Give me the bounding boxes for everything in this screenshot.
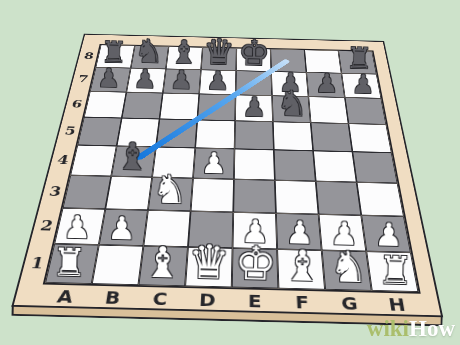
square-h7: ♟ xyxy=(341,73,381,98)
square-h6 xyxy=(345,97,386,124)
file-label-b: B xyxy=(87,286,138,310)
square-e1: ♚ xyxy=(232,248,279,288)
file-label-d: D xyxy=(183,288,231,312)
square-b6 xyxy=(122,92,163,119)
square-f5 xyxy=(273,122,313,151)
wikihow-watermark: wikiHow xyxy=(367,316,455,342)
square-d4: ♟ xyxy=(193,148,235,179)
piece-white-queen-d1: ♛ xyxy=(188,238,231,286)
piece-white-pawn-d4: ♟ xyxy=(201,148,228,178)
square-b2: ♟ xyxy=(99,209,148,246)
square-e8: ♚ xyxy=(236,48,271,71)
file-label-c: C xyxy=(135,287,185,311)
chess-board: ♜♞♝♛♚♜♟♟♟♟♟♟♟♟♞♝♟♞♟♟♟♟♟♟♜♝♛♚♝♞♜ 87654321… xyxy=(11,34,443,318)
square-f4 xyxy=(274,150,316,181)
file-label-f: F xyxy=(278,290,327,314)
file-label-g: G xyxy=(325,291,375,315)
square-a4 xyxy=(70,145,116,176)
piece-black-pawn-g7: ♟ xyxy=(315,70,339,96)
square-g6 xyxy=(308,97,348,124)
piece-black-pawn-h7: ♟ xyxy=(351,71,375,97)
square-d3 xyxy=(191,178,234,212)
square-h5 xyxy=(348,124,391,153)
watermark-how: How xyxy=(409,316,455,341)
piece-white-rook-a1: ♜ xyxy=(51,242,87,282)
square-f1: ♝ xyxy=(277,249,325,289)
square-e6: ♟ xyxy=(235,95,273,122)
square-g4 xyxy=(313,151,357,182)
square-g5 xyxy=(311,123,353,152)
square-f3 xyxy=(275,180,319,214)
piece-black-pawn-a7: ♟ xyxy=(97,65,121,91)
perspective-scene: ♜♞♝♛♚♜♟♟♟♟♟♟♟♟♞♝♟♞♟♟♟♟♟♟♜♝♛♚♝♞♜ 87654321… xyxy=(0,0,460,345)
board-squares: ♜♞♝♛♚♜♟♟♟♟♟♟♟♟♞♝♟♞♟♟♟♟♟♟♜♝♛♚♝♞♜ xyxy=(43,44,421,294)
board-rotation-wrapper: ♜♞♝♛♚♜♟♟♟♟♟♟♟♟♞♝♟♞♟♟♟♟♟♟♜♝♛♚♝♞♜ 87654321… xyxy=(0,0,460,345)
square-h4 xyxy=(352,152,397,183)
piece-white-pawn-a2: ♟ xyxy=(63,211,92,243)
piece-white-knight-g1: ♞ xyxy=(329,245,368,289)
piece-black-king-e8: ♚ xyxy=(238,35,270,71)
square-b3 xyxy=(105,176,152,210)
square-b7: ♟ xyxy=(126,68,165,93)
piece-black-pawn-e6: ♟ xyxy=(242,93,267,120)
square-g1: ♞ xyxy=(322,250,372,291)
file-label-a: A xyxy=(39,285,91,309)
square-d1: ♛ xyxy=(185,247,232,287)
piece-white-king-e1: ♚ xyxy=(234,239,277,287)
piece-black-bishop-b4: ♝ xyxy=(115,138,149,176)
square-h1: ♜ xyxy=(366,251,418,292)
square-d5 xyxy=(195,120,235,149)
square-c7: ♟ xyxy=(163,69,201,94)
watermark-wiki: wiki xyxy=(367,316,409,341)
piece-black-pawn-c7: ♟ xyxy=(170,66,194,92)
piece-black-knight-f6: ♞ xyxy=(276,86,308,121)
square-b1 xyxy=(92,245,144,285)
square-g3 xyxy=(316,181,362,215)
square-c1: ♝ xyxy=(138,246,188,286)
wikihow-illustration: ♜♞♝♛♚♜♟♟♟♟♟♟♟♟♞♝♟♞♟♟♟♟♟♟♜♝♛♚♝♞♜ 87654321… xyxy=(0,0,460,345)
piece-white-rook-h1: ♜ xyxy=(377,250,413,290)
square-a6 xyxy=(84,91,126,118)
square-c6 xyxy=(159,93,199,120)
square-a3 xyxy=(63,175,112,209)
piece-white-pawn-b2: ♟ xyxy=(107,212,136,244)
piece-white-bishop-c1: ♝ xyxy=(143,241,182,285)
square-e3 xyxy=(233,179,276,213)
piece-black-pawn-b7: ♟ xyxy=(133,66,157,92)
square-g7: ♟ xyxy=(306,72,344,97)
square-e4 xyxy=(234,149,275,180)
square-a7: ♟ xyxy=(90,67,131,92)
file-label-h: H xyxy=(372,293,423,317)
square-f6: ♞ xyxy=(272,96,311,123)
square-h3 xyxy=(357,182,404,216)
piece-black-pawn-d7: ♟ xyxy=(206,67,230,93)
square-e5 xyxy=(235,121,274,150)
piece-white-pawn-h2: ♟ xyxy=(374,218,403,250)
piece-white-bishop-f1: ♝ xyxy=(283,244,322,288)
square-d7: ♟ xyxy=(199,70,236,95)
file-label-e: E xyxy=(231,289,279,313)
square-c3: ♞ xyxy=(148,177,193,211)
square-b4: ♝ xyxy=(111,146,156,177)
square-a1: ♜ xyxy=(45,244,99,284)
piece-white-knight-c3: ♞ xyxy=(152,170,188,210)
